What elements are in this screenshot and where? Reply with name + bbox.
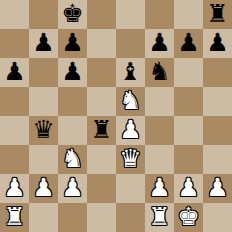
square-h6[interactable] [203,58,232,87]
square-d7[interactable] [87,29,116,58]
square-b6[interactable] [29,58,58,87]
square-d1[interactable] [87,203,116,232]
square-c4[interactable] [58,116,87,145]
square-b7[interactable]: ♟ [29,29,58,58]
white-pawn: ♟ [3,173,25,202]
square-a8[interactable] [0,0,29,29]
white-knight: ♞ [119,86,141,115]
square-a3[interactable] [0,145,29,174]
square-e6[interactable]: ♝ [116,58,145,87]
chess-board: ♚♜♟♟♟♟♟♟♟♝♞♞♛♜♟♞♛♟♟♟♟♟♟♜♜♚ [0,0,232,232]
white-rook: ♜ [148,202,170,231]
square-g3[interactable] [174,145,203,174]
square-g8[interactable] [174,0,203,29]
square-b4[interactable]: ♛ [29,116,58,145]
square-e2[interactable] [116,174,145,203]
white-pawn: ♟ [32,173,54,202]
square-c1[interactable] [58,203,87,232]
square-h1[interactable] [203,203,232,232]
square-g1[interactable]: ♚ [174,203,203,232]
white-rook: ♜ [3,202,25,231]
square-f2[interactable]: ♟ [145,174,174,203]
white-pawn: ♟ [206,173,228,202]
square-e8[interactable] [116,0,145,29]
square-c3[interactable]: ♞ [58,145,87,174]
black-pawn: ♟ [177,28,199,57]
square-a4[interactable] [0,116,29,145]
square-h3[interactable] [203,145,232,174]
black-pawn: ♟ [3,57,25,86]
black-knight: ♞ [148,57,170,86]
square-a6[interactable]: ♟ [0,58,29,87]
square-f1[interactable]: ♜ [145,203,174,232]
square-f8[interactable] [145,0,174,29]
white-queen: ♛ [119,144,141,173]
black-pawn: ♟ [206,28,228,57]
square-h5[interactable] [203,87,232,116]
square-c2[interactable]: ♟ [58,174,87,203]
square-d3[interactable] [87,145,116,174]
square-g7[interactable]: ♟ [174,29,203,58]
black-pawn: ♟ [61,28,83,57]
white-pawn: ♟ [148,173,170,202]
square-h4[interactable] [203,116,232,145]
black-pawn: ♟ [61,57,83,86]
square-h7[interactable]: ♟ [203,29,232,58]
white-king: ♚ [177,202,199,231]
square-b8[interactable] [29,0,58,29]
square-e5[interactable]: ♞ [116,87,145,116]
square-f4[interactable] [145,116,174,145]
square-c5[interactable] [58,87,87,116]
square-b1[interactable] [29,203,58,232]
square-a5[interactable] [0,87,29,116]
white-knight: ♞ [61,144,83,173]
square-b3[interactable] [29,145,58,174]
black-queen: ♛ [32,115,54,144]
square-e1[interactable] [116,203,145,232]
black-king: ♚ [61,0,83,28]
square-h2[interactable]: ♟ [203,174,232,203]
square-a7[interactable] [0,29,29,58]
square-f7[interactable]: ♟ [145,29,174,58]
square-c6[interactable]: ♟ [58,58,87,87]
square-c7[interactable]: ♟ [58,29,87,58]
white-pawn: ♟ [61,173,83,202]
black-rook: ♜ [206,0,228,28]
square-e3[interactable]: ♛ [116,145,145,174]
square-g4[interactable] [174,116,203,145]
square-g5[interactable] [174,87,203,116]
square-a1[interactable]: ♜ [0,203,29,232]
white-pawn: ♟ [119,115,141,144]
square-d4[interactable]: ♜ [87,116,116,145]
square-d8[interactable] [87,0,116,29]
square-f6[interactable]: ♞ [145,58,174,87]
black-pawn: ♟ [32,28,54,57]
white-pawn: ♟ [177,173,199,202]
square-d2[interactable] [87,174,116,203]
square-g6[interactable] [174,58,203,87]
square-h8[interactable]: ♜ [203,0,232,29]
square-d6[interactable] [87,58,116,87]
square-f3[interactable] [145,145,174,174]
square-e4[interactable]: ♟ [116,116,145,145]
square-b2[interactable]: ♟ [29,174,58,203]
square-e7[interactable] [116,29,145,58]
black-pawn: ♟ [148,28,170,57]
black-bishop: ♝ [119,57,141,86]
black-rook: ♜ [90,115,112,144]
square-g2[interactable]: ♟ [174,174,203,203]
square-b5[interactable] [29,87,58,116]
square-a2[interactable]: ♟ [0,174,29,203]
square-f5[interactable] [145,87,174,116]
square-d5[interactable] [87,87,116,116]
square-c8[interactable]: ♚ [58,0,87,29]
